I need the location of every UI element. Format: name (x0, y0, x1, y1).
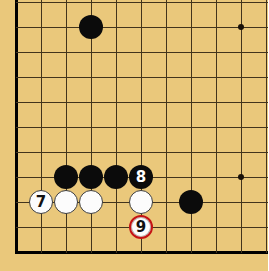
intersection-H9 (179, 40, 204, 65)
intersection-C4 (54, 165, 79, 190)
intersection-B9 (29, 40, 54, 65)
intersection-A6 (4, 115, 29, 140)
intersection-H5 (179, 140, 204, 165)
intersection-E4 (104, 165, 129, 190)
stone-white-B3: 7 (29, 190, 53, 214)
intersection-F9 (129, 40, 154, 65)
intersection-D9 (79, 40, 104, 65)
intersection-C11 (54, 0, 79, 15)
intersection-A2 (4, 215, 29, 240)
intersection-G5 (154, 140, 179, 165)
intersection-D8 (79, 65, 104, 90)
intersection-J7 (204, 90, 229, 115)
intersection-G3 (154, 190, 179, 215)
intersection-E11 (104, 0, 129, 15)
intersection-G1 (154, 240, 179, 265)
intersection-K1 (229, 240, 254, 265)
intersection-L2 (254, 215, 269, 240)
intersection-A11 (4, 0, 29, 15)
intersection-A5 (4, 140, 29, 165)
stone-white-D3 (79, 190, 103, 214)
intersection-H8 (179, 65, 204, 90)
intersection-G11 (154, 0, 179, 15)
intersection-K8 (229, 65, 254, 90)
intersection-H11 (179, 0, 204, 15)
intersection-D6 (79, 115, 104, 140)
intersection-L8 (254, 65, 269, 90)
intersection-D4 (79, 165, 104, 190)
intersection-E1 (104, 240, 129, 265)
intersection-J6 (204, 115, 229, 140)
intersection-C3 (54, 190, 79, 215)
intersection-B3: 7 (29, 190, 54, 215)
stone-white-F2: 9 (129, 215, 153, 239)
intersection-A7 (4, 90, 29, 115)
intersection-D11 (79, 0, 104, 15)
intersection-E7 (104, 90, 129, 115)
stone-black-E4 (104, 165, 128, 189)
intersection-H4 (179, 165, 204, 190)
intersection-H2 (179, 215, 204, 240)
intersection-B10 (29, 15, 54, 40)
intersection-E8 (104, 65, 129, 90)
intersection-C10 (54, 15, 79, 40)
move-number-label: 9 (136, 220, 146, 235)
intersection-F6 (129, 115, 154, 140)
intersection-J10 (204, 15, 229, 40)
intersection-L9 (254, 40, 269, 65)
intersection-F4: 8 (129, 165, 154, 190)
intersection-G4 (154, 165, 179, 190)
intersection-H3 (179, 190, 204, 215)
intersection-E3 (104, 190, 129, 215)
intersection-L6 (254, 115, 269, 140)
intersection-J8 (204, 65, 229, 90)
intersection-L3 (254, 190, 269, 215)
intersection-B4 (29, 165, 54, 190)
intersection-H7 (179, 90, 204, 115)
intersection-F5 (129, 140, 154, 165)
intersection-A1 (4, 240, 29, 265)
intersection-H1 (179, 240, 204, 265)
intersection-F7 (129, 90, 154, 115)
stone-white-F3 (129, 190, 153, 214)
intersection-J1 (204, 240, 229, 265)
intersection-J9 (204, 40, 229, 65)
intersection-B1 (29, 240, 54, 265)
intersection-K5 (229, 140, 254, 165)
stone-black-F4: 8 (129, 165, 153, 189)
intersection-C2 (54, 215, 79, 240)
intersection-A9 (4, 40, 29, 65)
go-diagram: 879 (0, 0, 268, 271)
intersection-D3 (79, 190, 104, 215)
intersection-A4 (4, 165, 29, 190)
intersection-K4 (229, 165, 254, 190)
intersection-K6 (229, 115, 254, 140)
intersection-K2 (229, 215, 254, 240)
intersection-F1 (129, 240, 154, 265)
stone-black-C4 (54, 165, 78, 189)
intersection-C9 (54, 40, 79, 65)
intersection-L7 (254, 90, 269, 115)
intersection-J2 (204, 215, 229, 240)
intersection-A3 (4, 190, 29, 215)
intersection-B7 (29, 90, 54, 115)
move-number-label: 8 (136, 170, 146, 185)
intersection-G9 (154, 40, 179, 65)
star-point-K10 (238, 24, 244, 30)
intersection-C7 (54, 90, 79, 115)
intersection-D10 (79, 15, 104, 40)
intersection-F3 (129, 190, 154, 215)
intersection-K11 (229, 0, 254, 15)
intersection-L5 (254, 140, 269, 165)
intersection-B5 (29, 140, 54, 165)
intersection-E2 (104, 215, 129, 240)
intersection-L11 (254, 0, 269, 15)
intersection-C6 (54, 115, 79, 140)
go-board: 879 (4, 0, 269, 265)
intersection-E6 (104, 115, 129, 140)
intersection-F8 (129, 65, 154, 90)
intersection-K3 (229, 190, 254, 215)
intersection-L10 (254, 15, 269, 40)
intersection-E10 (104, 15, 129, 40)
intersection-E5 (104, 140, 129, 165)
intersection-K9 (229, 40, 254, 65)
intersection-H10 (179, 15, 204, 40)
intersection-G6 (154, 115, 179, 140)
intersection-D2 (79, 215, 104, 240)
intersection-L4 (254, 165, 269, 190)
intersection-G10 (154, 15, 179, 40)
intersection-F11 (129, 0, 154, 15)
stone-black-D4 (79, 165, 103, 189)
stone-black-D10 (79, 15, 103, 39)
intersection-J11 (204, 0, 229, 15)
intersection-D5 (79, 140, 104, 165)
intersection-D7 (79, 90, 104, 115)
move-number-label: 7 (36, 195, 46, 210)
intersection-H6 (179, 115, 204, 140)
stone-white-C3 (54, 190, 78, 214)
intersection-F10 (129, 15, 154, 40)
intersection-K7 (229, 90, 254, 115)
intersection-B2 (29, 215, 54, 240)
intersection-E9 (104, 40, 129, 65)
intersection-C5 (54, 140, 79, 165)
intersection-G8 (154, 65, 179, 90)
intersection-J4 (204, 165, 229, 190)
star-point-K4 (238, 174, 244, 180)
intersection-B8 (29, 65, 54, 90)
intersection-K10 (229, 15, 254, 40)
intersection-C1 (54, 240, 79, 265)
intersection-B6 (29, 115, 54, 140)
intersection-C8 (54, 65, 79, 90)
intersection-J3 (204, 190, 229, 215)
intersection-A8 (4, 65, 29, 90)
intersection-A10 (4, 15, 29, 40)
intersection-G2 (154, 215, 179, 240)
stone-black-H3 (179, 190, 203, 214)
intersection-J5 (204, 140, 229, 165)
intersection-L1 (254, 240, 269, 265)
intersection-D1 (79, 240, 104, 265)
intersection-F2: 9 (129, 215, 154, 240)
intersection-G7 (154, 90, 179, 115)
intersection-B11 (29, 0, 54, 15)
